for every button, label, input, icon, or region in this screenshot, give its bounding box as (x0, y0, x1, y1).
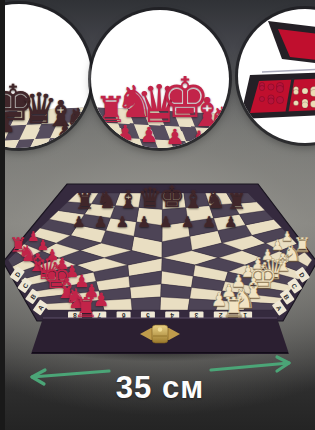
product-photo-stage: ♚♛♝♟♞♟ ♜♞♛♚♝♞♟♟♟♟ 87654321DCBAABCD ♜♞♝♛♚… (5, 0, 315, 430)
measurement-arrows (5, 0, 315, 430)
dimension-label: 35 см (5, 370, 315, 406)
